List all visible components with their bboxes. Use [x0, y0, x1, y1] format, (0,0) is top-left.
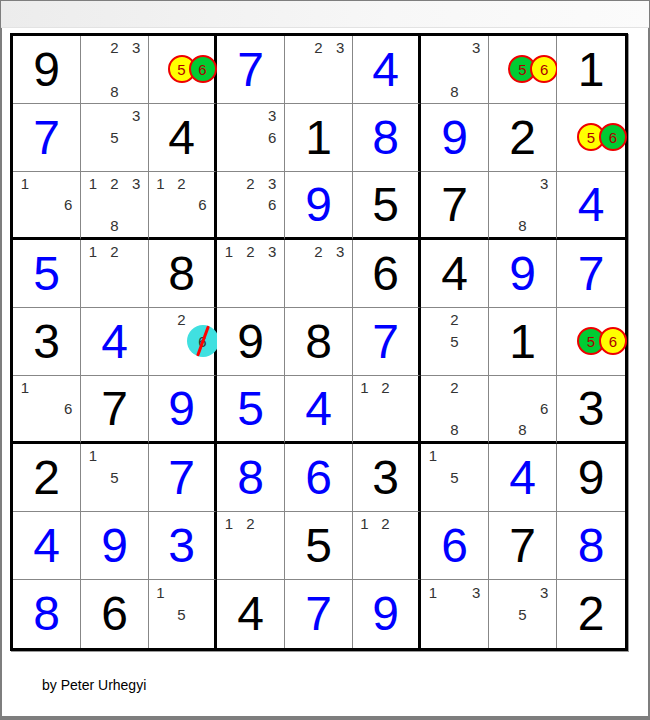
empty-slot-4	[14, 398, 36, 419]
cell-r3c6[interactable]: 5	[353, 172, 421, 240]
cell-r3c5[interactable]: 9	[285, 172, 353, 240]
candidate-grid: 35	[490, 581, 555, 647]
cell-r8c4[interactable]: 12	[217, 512, 285, 580]
empty-slot-4	[82, 263, 104, 285]
solved-digit: 9	[285, 172, 352, 237]
candidate-grid: 68	[490, 377, 555, 440]
cell-r6c1[interactable]: 16	[13, 376, 81, 444]
candidate-grid: 38	[490, 173, 555, 236]
cell-r6c4[interactable]: 5	[217, 376, 285, 444]
cell-r2c2[interactable]: 35	[81, 104, 149, 172]
empty-slot-9	[533, 419, 555, 440]
cell-r9c3[interactable]: 15	[149, 580, 217, 648]
empty-slot-9	[192, 625, 213, 647]
empty-slot-2	[240, 105, 262, 127]
cell-r2c7[interactable]: 9	[421, 104, 489, 172]
empty-slot-7	[218, 148, 240, 170]
candidate-grid: 15	[422, 445, 487, 510]
empty-slot-6	[329, 59, 351, 81]
candidate-6: 6	[268, 130, 276, 145]
empty-slot-9	[465, 419, 487, 440]
candidate-grid: 15	[150, 581, 213, 647]
empty-slot-1	[150, 309, 171, 331]
empty-slot-8	[580, 352, 602, 374]
empty-slot-6	[261, 535, 283, 557]
candidate-grid: 126	[150, 173, 213, 236]
empty-slot-9	[125, 148, 147, 170]
candidate-5: 5	[518, 62, 526, 77]
candidate-slot-6: 6	[602, 127, 624, 149]
given-digit: 8	[285, 308, 352, 375]
cell-r5c4[interactable]: 9	[217, 308, 285, 376]
candidate-slot-5: 5	[171, 603, 192, 625]
given-digit: 7	[421, 172, 488, 237]
empty-slot-1	[490, 37, 512, 59]
candidate-grid: 56	[150, 37, 213, 102]
cell-r9c8[interactable]: 35	[489, 580, 557, 648]
empty-slot-6	[465, 331, 487, 353]
solved-digit: 8	[353, 104, 418, 171]
empty-slot-2	[104, 445, 126, 467]
candidate-slot-8: 8	[104, 215, 126, 236]
candidate-slot-2: 2	[375, 377, 396, 398]
cell-r7c7[interactable]: 15	[421, 444, 489, 512]
empty-slot-4	[150, 194, 171, 215]
cell-r8c2[interactable]: 9	[81, 512, 149, 580]
candidate-slot-2: 2	[240, 241, 262, 263]
empty-slot-4	[218, 535, 240, 557]
given-digit: 9	[217, 308, 284, 375]
candidate-slot-1: 1	[82, 241, 104, 263]
cell-r9c7[interactable]: 13	[421, 580, 489, 648]
empty-slot-8	[240, 148, 262, 170]
cell-r4c6[interactable]: 6	[353, 240, 421, 308]
empty-slot-2	[512, 173, 534, 194]
cell-r2c1[interactable]: 7	[13, 104, 81, 172]
solved-digit: 5	[217, 376, 284, 441]
given-digit: 3	[13, 308, 80, 375]
empty-slot-8	[240, 215, 262, 236]
cell-r4c2[interactable]: 12	[81, 240, 149, 308]
empty-slot-7	[218, 556, 240, 578]
cell-r4c4[interactable]: 123	[217, 240, 285, 308]
given-digit: 5	[285, 512, 352, 579]
empty-slot-3	[57, 173, 79, 194]
empty-slot-8	[171, 625, 192, 647]
candidate-slot-3: 3	[261, 105, 283, 127]
empty-slot-1	[490, 377, 512, 398]
cell-r5c5[interactable]: 8	[285, 308, 353, 376]
candidate-grid: 28	[422, 377, 487, 440]
candidate-slot-3: 3	[533, 173, 555, 194]
empty-slot-1	[82, 37, 104, 59]
cell-r8c3[interactable]: 3	[149, 512, 217, 580]
candidate-2: 2	[110, 40, 118, 55]
empty-slot-7	[218, 284, 240, 306]
candidate-slot-1: 1	[354, 377, 375, 398]
empty-slot-9	[396, 556, 417, 578]
candidate-3: 3	[268, 176, 276, 191]
cell-r1c1[interactable]: 9	[13, 36, 81, 104]
candidate-slot-1: 1	[354, 513, 375, 535]
sudoku-board: 9238567234385617354361892561612381262369…	[10, 33, 628, 651]
candidate-2: 2	[246, 244, 254, 259]
empty-slot-5	[104, 59, 126, 81]
empty-slot-1	[286, 37, 308, 59]
empty-slot-9	[329, 80, 351, 102]
window-top-bar	[1, 1, 649, 28]
given-digit: 1	[285, 104, 352, 171]
candidate-grid: 23	[286, 241, 351, 306]
cell-r3c8[interactable]: 38	[489, 172, 557, 240]
cell-r1c3[interactable]: 56	[149, 36, 217, 104]
candidate-slot-1: 1	[82, 173, 104, 194]
candidate-grid: 36	[218, 105, 283, 170]
cell-r4c1[interactable]: 5	[13, 240, 81, 308]
empty-slot-9	[329, 284, 351, 306]
given-digit: 6	[81, 580, 148, 648]
candidate-6: 6	[609, 334, 617, 349]
candidate-grid: 12	[354, 513, 417, 578]
empty-slot-4	[82, 194, 104, 215]
cell-r6c8[interactable]: 68	[489, 376, 557, 444]
cell-r6c3[interactable]: 9	[149, 376, 217, 444]
solved-digit: 4	[353, 36, 418, 103]
candidate-5: 5	[177, 62, 185, 77]
empty-slot-7	[150, 625, 171, 647]
cell-r1c4[interactable]: 7	[217, 36, 285, 104]
solved-digit: 8	[217, 444, 284, 511]
candidate-2: 2	[314, 244, 322, 259]
cell-r2c6[interactable]: 8	[353, 104, 421, 172]
empty-slot-3	[125, 445, 147, 467]
given-digit: 4	[421, 240, 488, 307]
empty-slot-8	[444, 625, 466, 647]
empty-slot-9	[261, 148, 283, 170]
candidate-slot-6: 6	[261, 194, 283, 215]
cell-r7c2[interactable]: 15	[81, 444, 149, 512]
empty-slot-4	[422, 59, 444, 81]
empty-slot-9	[125, 284, 147, 306]
candidate-slot-5: 5	[104, 467, 126, 489]
empty-slot-8	[375, 556, 396, 578]
empty-slot-6	[192, 603, 213, 625]
candidate-slot-8: 8	[512, 215, 534, 236]
solved-digit: 6	[285, 444, 352, 511]
candidate-8: 8	[110, 218, 118, 233]
cell-r7c6[interactable]: 3	[353, 444, 421, 512]
cell-r3c7[interactable]: 7	[421, 172, 489, 240]
cell-r8c7[interactable]: 6	[421, 512, 489, 580]
empty-slot-4	[354, 535, 375, 557]
cell-r5c2[interactable]: 4	[81, 308, 149, 376]
candidate-3: 3	[540, 585, 548, 600]
empty-slot-9	[261, 556, 283, 578]
cell-r4c9[interactable]: 7	[557, 240, 625, 308]
empty-slot-4	[14, 194, 36, 215]
candidate-slot-6: 6	[261, 127, 283, 149]
cell-r3c9[interactable]: 4	[557, 172, 625, 240]
candidate-8: 8	[450, 84, 458, 99]
empty-slot-7	[150, 80, 171, 102]
empty-slot-4	[218, 194, 240, 215]
candidate-slot-6: 6	[533, 398, 555, 419]
empty-slot-1	[150, 37, 171, 59]
empty-slot-7	[422, 488, 444, 510]
empty-slot-4	[490, 194, 512, 215]
empty-slot-2	[444, 37, 466, 59]
candidate-slot-1: 1	[14, 173, 36, 194]
cell-r1c2[interactable]: 238	[81, 36, 149, 104]
candidate-grid: 1238	[82, 173, 147, 236]
empty-slot-5	[171, 194, 192, 215]
candidate-6: 6	[268, 197, 276, 212]
cell-r8c5[interactable]: 5	[285, 512, 353, 580]
cell-r4c8[interactable]: 9	[489, 240, 557, 308]
empty-slot-7	[422, 625, 444, 647]
cell-r6c2[interactable]: 7	[81, 376, 149, 444]
cell-r9c2[interactable]: 6	[81, 580, 149, 648]
cell-r6c9[interactable]: 3	[557, 376, 625, 444]
empty-slot-9	[125, 215, 147, 236]
cell-r1c6[interactable]: 4	[353, 36, 421, 104]
empty-slot-7	[286, 80, 308, 102]
candidate-2: 2	[246, 516, 254, 531]
empty-slot-3	[125, 241, 147, 263]
candidate-5: 5	[450, 470, 458, 485]
candidate-1: 1	[156, 585, 164, 600]
solved-digit: 4	[81, 308, 148, 375]
empty-slot-3	[192, 581, 213, 603]
candidate-grid: 25	[422, 309, 487, 374]
cell-r2c4[interactable]: 36	[217, 104, 285, 172]
empty-slot-8	[308, 284, 330, 306]
solved-digit: 3	[149, 512, 214, 579]
empty-slot-4	[422, 467, 444, 489]
cell-r5c3[interactable]: 26	[149, 308, 217, 376]
cell-r5c1[interactable]: 3	[13, 308, 81, 376]
empty-slot-6	[465, 603, 487, 625]
empty-slot-7	[82, 215, 104, 236]
cell-r1c5[interactable]: 23	[285, 36, 353, 104]
candidate-slot-5: 5	[444, 467, 466, 489]
cell-r4c7[interactable]: 4	[421, 240, 489, 308]
cell-r1c9[interactable]: 1	[557, 36, 625, 104]
candidate-5: 5	[110, 470, 118, 485]
cell-r7c9[interactable]: 9	[557, 444, 625, 512]
candidate-3: 3	[132, 176, 140, 191]
cell-r2c5[interactable]: 1	[285, 104, 353, 172]
empty-slot-7	[82, 80, 104, 102]
empty-slot-4	[82, 467, 104, 489]
candidate-6: 6	[540, 62, 548, 77]
cell-r5c7[interactable]: 25	[421, 308, 489, 376]
empty-slot-5	[444, 603, 466, 625]
empty-slot-7	[558, 352, 580, 374]
empty-slot-4	[218, 127, 240, 149]
empty-slot-8	[104, 284, 126, 306]
empty-slot-9	[57, 215, 79, 236]
cell-r9c1[interactable]: 8	[13, 580, 81, 648]
cell-r9c5[interactable]: 7	[285, 580, 353, 648]
cell-r8c6[interactable]: 12	[353, 512, 421, 580]
candidate-slot-2: 2	[240, 513, 262, 535]
candidate-slot-2: 2	[444, 309, 466, 331]
cell-r5c9[interactable]: 56	[557, 308, 625, 376]
candidate-2: 2	[177, 312, 185, 327]
candidate-slot-3: 3	[125, 105, 147, 127]
empty-slot-6	[533, 194, 555, 215]
candidate-slot-3: 3	[261, 241, 283, 263]
empty-slot-7	[150, 352, 171, 374]
candidate-1: 1	[360, 516, 368, 531]
empty-slot-5	[308, 263, 330, 285]
empty-slot-2	[444, 581, 466, 603]
empty-slot-4	[150, 603, 171, 625]
cell-r8c9[interactable]: 8	[557, 512, 625, 580]
solved-digit: 4	[557, 172, 625, 237]
cell-r8c1[interactable]: 4	[13, 512, 81, 580]
cell-r4c5[interactable]: 23	[285, 240, 353, 308]
solved-digit: 5	[13, 240, 80, 307]
empty-slot-4	[150, 331, 171, 353]
candidate-slot-1: 1	[82, 445, 104, 467]
empty-slot-1	[82, 105, 104, 127]
given-digit: 5	[353, 172, 418, 237]
empty-slot-7	[490, 625, 512, 647]
candidate-3: 3	[132, 40, 140, 55]
empty-slot-2	[444, 445, 466, 467]
solved-digit: 7	[285, 580, 352, 648]
given-digit: 1	[557, 36, 625, 103]
candidate-8: 8	[518, 218, 526, 233]
empty-slot-4	[82, 59, 104, 81]
empty-slot-5	[512, 194, 534, 215]
cell-r6c5[interactable]: 4	[285, 376, 353, 444]
candidate-slot-3: 3	[261, 173, 283, 194]
empty-slot-1	[218, 173, 240, 194]
empty-slot-8	[104, 488, 126, 510]
cell-r7c5[interactable]: 6	[285, 444, 353, 512]
empty-slot-4	[218, 263, 240, 285]
cell-r3c2[interactable]: 1238	[81, 172, 149, 240]
empty-slot-3	[57, 377, 79, 398]
empty-slot-7	[422, 419, 444, 440]
empty-slot-4	[490, 398, 512, 419]
candidate-2: 2	[110, 244, 118, 259]
empty-slot-8	[512, 625, 534, 647]
candidate-slot-8: 8	[104, 80, 126, 102]
cell-r1c7[interactable]: 38	[421, 36, 489, 104]
candidate-5: 5	[587, 334, 595, 349]
cell-r4c3[interactable]: 8	[149, 240, 217, 308]
empty-slot-1	[490, 173, 512, 194]
empty-slot-5	[240, 263, 262, 285]
cell-r2c3[interactable]: 4	[149, 104, 217, 172]
empty-slot-7	[490, 215, 512, 236]
candidate-1: 1	[225, 516, 233, 531]
empty-slot-8	[444, 488, 466, 510]
candidate-slot-6: 6	[192, 194, 213, 215]
cell-r7c3[interactable]: 7	[149, 444, 217, 512]
cell-r5c6[interactable]: 7	[353, 308, 421, 376]
empty-slot-6	[125, 59, 147, 81]
candidate-8: 8	[518, 422, 526, 437]
cell-r2c8[interactable]: 2	[489, 104, 557, 172]
empty-slot-9	[533, 80, 555, 102]
candidate-grid: 56	[558, 309, 624, 374]
cell-r8c8[interactable]: 7	[489, 512, 557, 580]
candidate-grid: 238	[82, 37, 147, 102]
cell-r9c4[interactable]: 4	[217, 580, 285, 648]
solved-digit: 4	[489, 444, 556, 511]
cell-r2c9[interactable]: 56	[557, 104, 625, 172]
cell-r1c8[interactable]: 56	[489, 36, 557, 104]
solved-digit: 7	[353, 308, 418, 375]
cell-r3c1[interactable]: 16	[13, 172, 81, 240]
cell-r3c3[interactable]: 126	[149, 172, 217, 240]
empty-slot-8	[375, 419, 396, 440]
candidate-grid: 13	[422, 581, 487, 647]
empty-slot-5	[240, 127, 262, 149]
empty-slot-4	[354, 398, 375, 419]
empty-slot-1	[422, 377, 444, 398]
empty-slot-4	[422, 398, 444, 419]
empty-slot-3	[396, 513, 417, 535]
candidate-3: 3	[472, 40, 480, 55]
given-digit: 2	[489, 104, 556, 171]
candidate-8: 8	[450, 422, 458, 437]
empty-slot-2	[36, 173, 58, 194]
empty-slot-4	[286, 59, 308, 81]
empty-slot-5	[444, 398, 466, 419]
cell-r6c6[interactable]: 12	[353, 376, 421, 444]
empty-slot-8	[104, 148, 126, 170]
cell-r3c4[interactable]: 236	[217, 172, 285, 240]
empty-slot-7	[14, 215, 36, 236]
candidate-grid: 15	[82, 445, 147, 510]
candidate-2: 2	[246, 176, 254, 191]
cell-r7c8[interactable]: 4	[489, 444, 557, 512]
given-digit: 8	[149, 240, 214, 307]
candidate-grid: 12	[354, 377, 417, 440]
empty-slot-6	[465, 398, 487, 419]
empty-slot-4	[422, 603, 444, 625]
cell-r9c9[interactable]: 2	[557, 580, 625, 648]
given-digit: 3	[557, 376, 625, 441]
cell-r5c8[interactable]: 1	[489, 308, 557, 376]
cell-r7c4[interactable]: 8	[217, 444, 285, 512]
empty-slot-8	[580, 148, 602, 170]
solved-digit: 8	[557, 512, 625, 579]
candidate-5: 5	[450, 334, 458, 349]
candidate-5: 5	[177, 607, 185, 622]
empty-slot-7	[558, 148, 580, 170]
empty-slot-1	[558, 105, 580, 127]
given-digit: 4	[149, 104, 214, 171]
candidate-5: 5	[518, 607, 526, 622]
empty-slot-3	[465, 309, 487, 331]
candidate-slot-6: 6	[533, 59, 555, 81]
solved-digit: 4	[13, 512, 80, 579]
cell-r6c7[interactable]: 28	[421, 376, 489, 444]
empty-slot-5	[36, 398, 58, 419]
cell-r9c6[interactable]: 9	[353, 580, 421, 648]
candidate-slot-1: 1	[218, 241, 240, 263]
empty-slot-3	[192, 173, 213, 194]
cell-r7c1[interactable]: 2	[13, 444, 81, 512]
empty-slot-7	[354, 556, 375, 578]
